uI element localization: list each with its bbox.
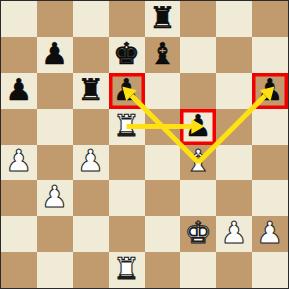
square-a3[interactable] <box>1 180 37 216</box>
square-d4[interactable] <box>109 145 145 181</box>
black-bishop-e7[interactable]: ♝ <box>149 39 176 69</box>
square-a4[interactable]: ♟ <box>1 145 37 181</box>
black-pawn-b7[interactable]: ♟ <box>41 39 68 69</box>
square-h7[interactable] <box>252 37 288 73</box>
square-d6-highlighted[interactable]: ♟ <box>109 73 145 109</box>
black-pawn-a6[interactable]: ♟ <box>5 75 32 105</box>
square-b7[interactable]: ♟ <box>37 37 73 73</box>
square-g1[interactable] <box>216 252 252 288</box>
square-b4[interactable] <box>37 145 73 181</box>
square-e3[interactable] <box>145 180 181 216</box>
square-e1[interactable] <box>145 252 181 288</box>
square-g8[interactable] <box>216 1 252 37</box>
square-c5[interactable] <box>73 109 109 145</box>
square-f6[interactable] <box>180 73 216 109</box>
square-f5-highlighted[interactable]: ♟ <box>180 109 216 145</box>
square-g3[interactable] <box>216 180 252 216</box>
square-f4[interactable]: ♝ <box>180 145 216 181</box>
square-e8[interactable]: ♜ <box>145 1 181 37</box>
square-d7[interactable]: ♚ <box>109 37 145 73</box>
square-a7[interactable] <box>1 37 37 73</box>
black-rook-e8[interactable]: ♜ <box>149 3 176 33</box>
square-f8[interactable] <box>180 1 216 37</box>
chess-board: ♜♟♚♝♟♜♟♟♜♟♟♟♝♟♚♟♟♜ <box>0 0 289 289</box>
square-d8[interactable] <box>109 1 145 37</box>
square-c7[interactable] <box>73 37 109 73</box>
square-g2[interactable]: ♟ <box>216 216 252 252</box>
square-b2[interactable] <box>37 216 73 252</box>
square-c1[interactable] <box>73 252 109 288</box>
white-pawn-c4[interactable]: ♟ <box>77 146 104 176</box>
white-pawn-b3[interactable]: ♟ <box>41 182 68 212</box>
black-king-d7[interactable]: ♚ <box>113 39 140 69</box>
square-d1[interactable]: ♜ <box>109 252 145 288</box>
square-e7[interactable]: ♝ <box>145 37 181 73</box>
square-c6[interactable]: ♜ <box>73 73 109 109</box>
black-rook-c6[interactable]: ♜ <box>77 75 104 105</box>
square-h8[interactable] <box>252 1 288 37</box>
square-g7[interactable] <box>216 37 252 73</box>
white-rook-d5[interactable]: ♜ <box>113 111 140 141</box>
square-c3[interactable] <box>73 180 109 216</box>
square-g6[interactable] <box>216 73 252 109</box>
black-pawn-h6[interactable]: ♟ <box>257 75 284 105</box>
square-b6[interactable] <box>37 73 73 109</box>
board-squares: ♜♟♚♝♟♜♟♟♜♟♟♟♝♟♚♟♟♜ <box>1 1 288 288</box>
square-f2[interactable]: ♚ <box>180 216 216 252</box>
square-b1[interactable] <box>37 252 73 288</box>
square-c8[interactable] <box>73 1 109 37</box>
black-pawn-f5[interactable]: ♟ <box>185 111 212 141</box>
square-a1[interactable] <box>1 252 37 288</box>
black-pawn-d6[interactable]: ♟ <box>113 75 140 105</box>
square-g4[interactable] <box>216 145 252 181</box>
white-pawn-a4[interactable]: ♟ <box>5 146 32 176</box>
white-bishop-f4[interactable]: ♝ <box>185 146 212 176</box>
white-pawn-h2[interactable]: ♟ <box>257 218 284 248</box>
square-h6-highlighted[interactable]: ♟ <box>252 73 288 109</box>
square-h4[interactable] <box>252 145 288 181</box>
square-d3[interactable] <box>109 180 145 216</box>
square-a2[interactable] <box>1 216 37 252</box>
square-f1[interactable] <box>180 252 216 288</box>
square-f7[interactable] <box>180 37 216 73</box>
square-c4[interactable]: ♟ <box>73 145 109 181</box>
white-rook-d1[interactable]: ♜ <box>113 254 140 284</box>
square-e2[interactable] <box>145 216 181 252</box>
square-c2[interactable] <box>73 216 109 252</box>
square-h2[interactable]: ♟ <box>252 216 288 252</box>
square-b8[interactable] <box>37 1 73 37</box>
white-pawn-g2[interactable]: ♟ <box>221 218 248 248</box>
square-a6[interactable]: ♟ <box>1 73 37 109</box>
square-g5[interactable] <box>216 109 252 145</box>
square-f3[interactable] <box>180 180 216 216</box>
white-king-f2[interactable]: ♚ <box>185 218 212 248</box>
square-e4[interactable] <box>145 145 181 181</box>
square-e5[interactable] <box>145 109 181 145</box>
square-e6[interactable] <box>145 73 181 109</box>
square-a8[interactable] <box>1 1 37 37</box>
square-a5[interactable] <box>1 109 37 145</box>
square-h5[interactable] <box>252 109 288 145</box>
square-h3[interactable] <box>252 180 288 216</box>
square-d5[interactable]: ♜ <box>109 109 145 145</box>
square-d2[interactable] <box>109 216 145 252</box>
square-h1[interactable] <box>252 252 288 288</box>
square-b3[interactable]: ♟ <box>37 180 73 216</box>
square-b5[interactable] <box>37 109 73 145</box>
